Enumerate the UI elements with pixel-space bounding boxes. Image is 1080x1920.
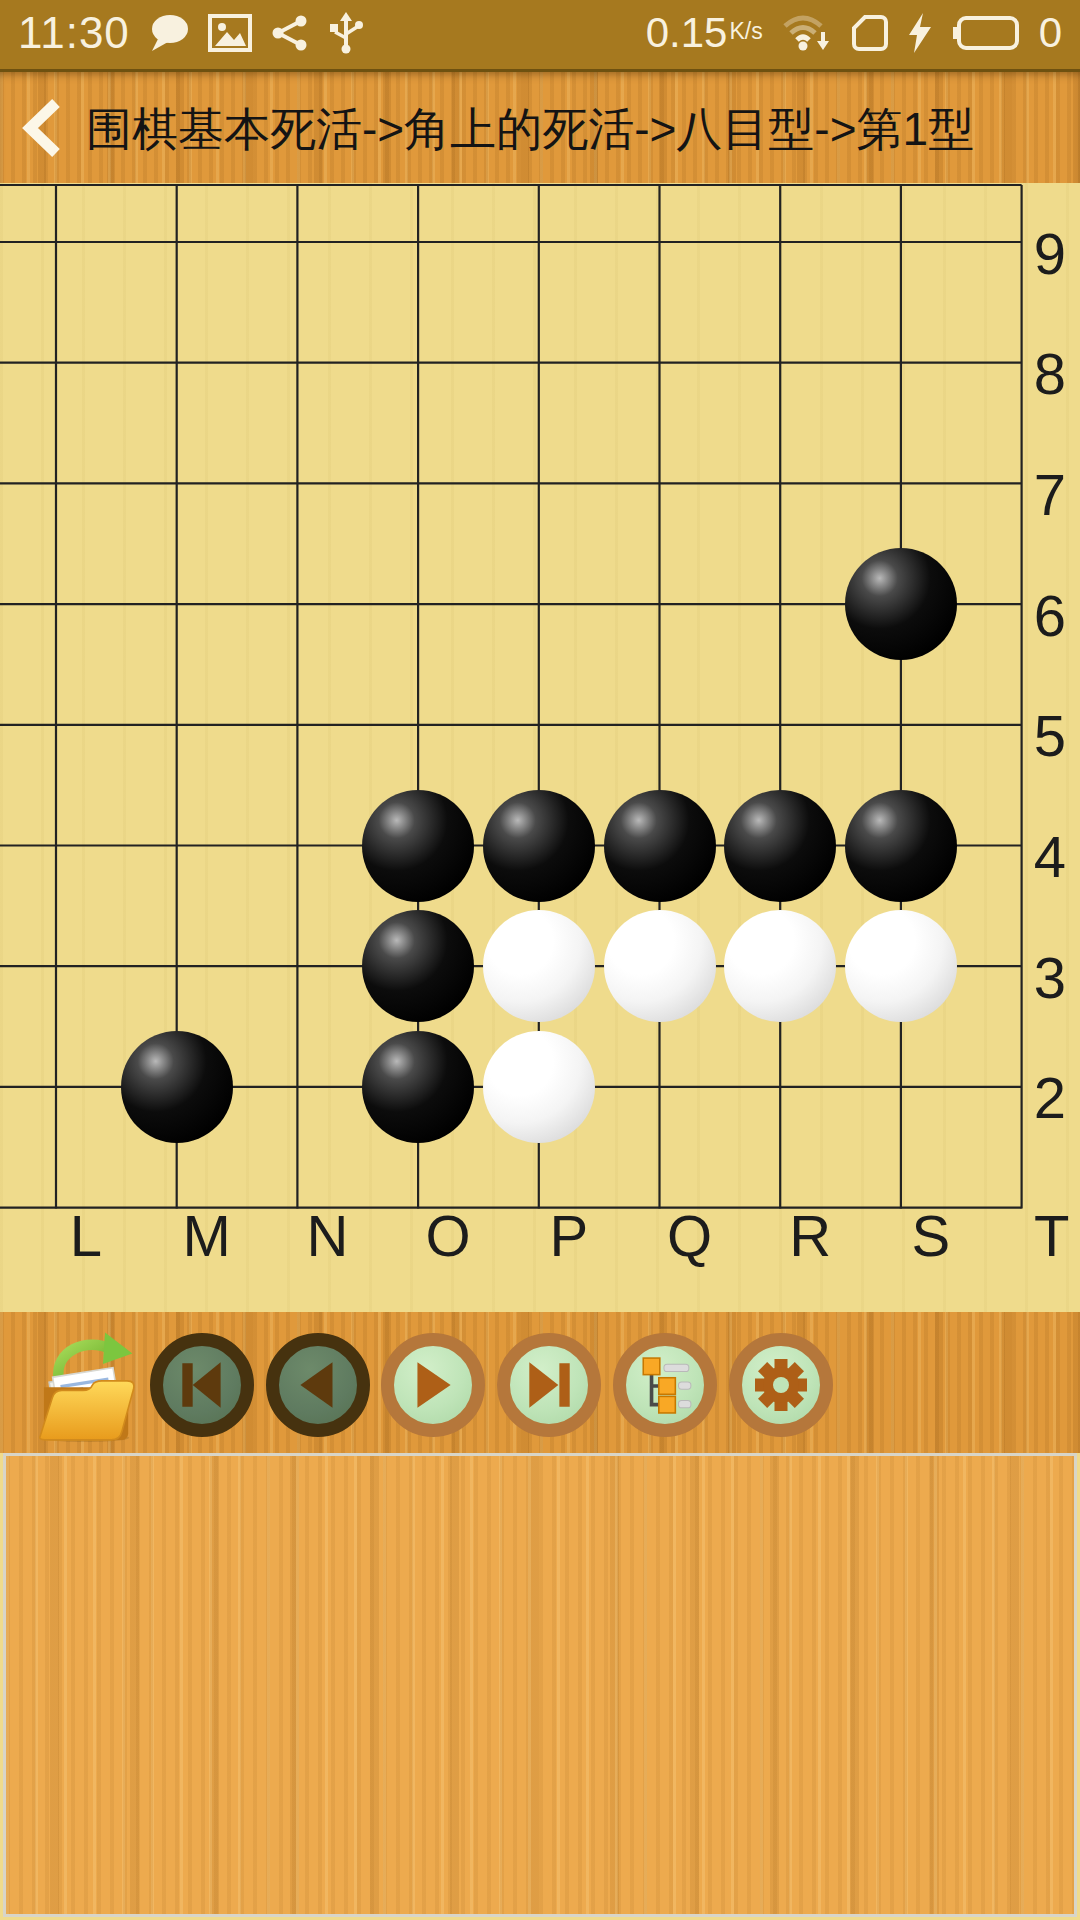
stone-white-P2 (483, 1031, 595, 1143)
status-bar-right: 0.15K/s 0 (646, 9, 1062, 57)
row-label-5: 5 (1015, 701, 1080, 771)
clock: 11:30 (18, 8, 130, 58)
status-bar-left: 11:30 (18, 8, 364, 58)
gallery-icon (208, 14, 252, 52)
col-label-N: N (292, 1200, 362, 1270)
stone-black-P4 (483, 790, 595, 902)
moves-tree-button[interactable] (613, 1333, 717, 1437)
col-label-Q: Q (655, 1200, 725, 1270)
stone-black-O4 (362, 790, 474, 902)
wifi-download-icon (781, 12, 833, 54)
usb-icon (328, 12, 364, 54)
page-title: 围棋基本死活->角上的死活->八目型->第1型 (86, 99, 974, 161)
play-icon (404, 1356, 462, 1414)
battery-empty-icon (951, 13, 1021, 53)
row-label-3: 3 (1015, 942, 1080, 1012)
skip-to-start-icon (173, 1356, 231, 1414)
stone-black-M2 (121, 1031, 233, 1143)
row-label-6: 6 (1015, 580, 1080, 650)
sim-card-icon (851, 14, 889, 52)
comment-panel (3, 1453, 1077, 1917)
back-chevron-icon (20, 97, 66, 159)
step-back-button[interactable] (266, 1333, 370, 1437)
col-label-L: L (51, 1200, 121, 1270)
back-button[interactable] (0, 72, 86, 183)
net-speed: 0.15K/s (646, 9, 763, 57)
chat-bubble-icon (148, 13, 190, 53)
stone-white-S3 (845, 910, 957, 1022)
col-label-P: P (534, 1200, 604, 1270)
stone-white-Q3 (604, 910, 716, 1022)
stone-black-R4 (724, 790, 836, 902)
skip-to-end-icon (520, 1356, 578, 1414)
step-back-icon (289, 1356, 347, 1414)
stone-black-S4 (845, 790, 957, 902)
moves-tree-icon (636, 1356, 694, 1414)
open-file-button[interactable] (26, 1324, 144, 1442)
stone-black-O2 (362, 1031, 474, 1143)
open-folder-icon (26, 1324, 144, 1442)
share-icon (270, 14, 310, 52)
go-board[interactable]: 98765432LMNOPQRST (0, 183, 1080, 1312)
col-label-S: S (896, 1200, 966, 1270)
toolbar (0, 1312, 1080, 1453)
settings-button[interactable] (729, 1333, 833, 1437)
skip-to-end-button[interactable] (497, 1333, 601, 1437)
play-button[interactable] (381, 1333, 485, 1437)
stone-white-R3 (724, 910, 836, 1022)
stone-black-S6 (845, 548, 957, 660)
col-label-R: R (775, 1200, 845, 1270)
stone-black-Q4 (604, 790, 716, 902)
status-bar: 11:30 (0, 0, 1080, 72)
skip-to-start-button[interactable] (150, 1333, 254, 1437)
row-label-4: 4 (1015, 822, 1080, 892)
col-label-M: M (172, 1200, 242, 1270)
row-label-9: 9 (1015, 218, 1080, 288)
stone-black-O3 (362, 910, 474, 1022)
row-label-7: 7 (1015, 459, 1080, 529)
row-label-8: 8 (1015, 339, 1080, 409)
stone-white-P3 (483, 910, 595, 1022)
col-label-T: T (1017, 1200, 1080, 1270)
charging-bolt-icon (907, 13, 933, 53)
net-speed-unit: K/s (729, 21, 762, 41)
settings-gear-icon (751, 1355, 811, 1415)
battery-level: 0 (1039, 9, 1062, 57)
app-screen: 11:30 (0, 0, 1080, 1920)
title-bar: 围棋基本死活->角上的死活->八目型->第1型 (0, 72, 1080, 183)
row-label-2: 2 (1015, 1063, 1080, 1133)
col-label-O: O (413, 1200, 483, 1270)
